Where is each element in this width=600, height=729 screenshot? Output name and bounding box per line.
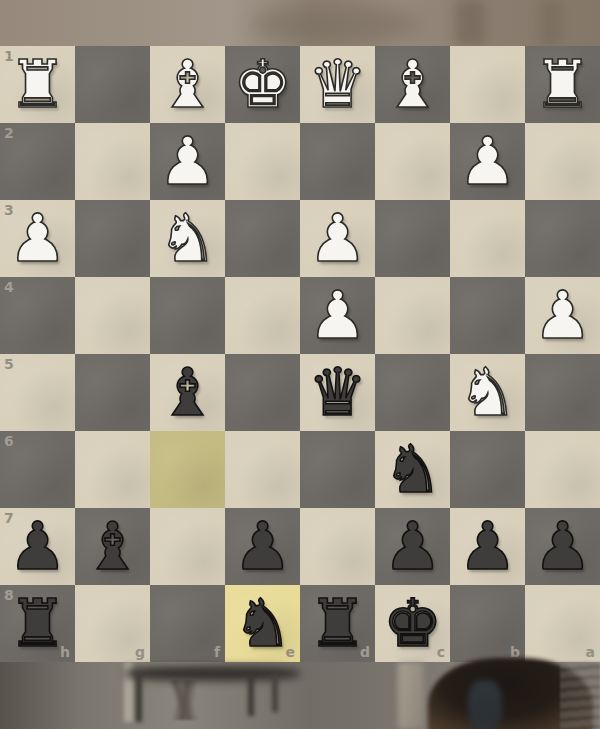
square-a1[interactable]: ♜: [525, 46, 600, 123]
square-c7[interactable]: ♟: [375, 508, 450, 585]
square-c1[interactable]: ♝: [375, 46, 450, 123]
square-c5[interactable]: [375, 354, 450, 431]
blurred-object-reflection: [468, 680, 502, 729]
file-label-f: f: [214, 644, 220, 660]
piece-black-knight-c6[interactable]: ♞: [375, 431, 450, 508]
square-f1[interactable]: ♝: [150, 46, 225, 123]
piece-black-pawn-a7[interactable]: ♟: [525, 508, 600, 585]
blurred-table-leg: [248, 674, 254, 716]
piece-black-pawn-e7[interactable]: ♟: [225, 508, 300, 585]
square-a7[interactable]: ♟: [525, 508, 600, 585]
square-d4[interactable]: ♟: [300, 277, 375, 354]
piece-white-bishop-c1[interactable]: ♝: [375, 46, 450, 123]
square-f7[interactable]: [150, 508, 225, 585]
square-g6[interactable]: [75, 431, 150, 508]
square-e4[interactable]: [225, 277, 300, 354]
square-b7[interactable]: ♟: [450, 508, 525, 585]
square-c4[interactable]: [375, 277, 450, 354]
piece-white-rook-a1[interactable]: ♜: [525, 46, 600, 123]
square-d3[interactable]: ♟: [300, 200, 375, 277]
square-h1[interactable]: 1♜: [0, 46, 75, 123]
piece-white-bishop-f1[interactable]: ♝: [150, 46, 225, 123]
chess-app-screen: 1♜♝♚♛♝♜2♟♟3♟♞♟4♟♟5♝♛♞6♞7♟♝♟♟♟♟8h♜gfe♞d♜c…: [0, 0, 600, 729]
piece-black-pawn-c7[interactable]: ♟: [375, 508, 450, 585]
piece-white-pawn-f2[interactable]: ♟: [150, 123, 225, 200]
blurred-floor-texture: [560, 662, 600, 729]
square-c2[interactable]: [375, 123, 450, 200]
piece-white-knight-b5[interactable]: ♞: [450, 354, 525, 431]
square-h5[interactable]: 5: [0, 354, 75, 431]
piece-white-pawn-d4[interactable]: ♟: [300, 277, 375, 354]
square-b4[interactable]: [450, 277, 525, 354]
square-f2[interactable]: ♟: [150, 123, 225, 200]
piece-black-knight-e8[interactable]: ♞: [225, 585, 300, 662]
square-b8[interactable]: b: [450, 585, 525, 662]
square-g7[interactable]: ♝: [75, 508, 150, 585]
piece-black-rook-h8[interactable]: ♜: [0, 585, 75, 662]
square-c3[interactable]: [375, 200, 450, 277]
file-label-a: a: [586, 644, 595, 660]
rank-label-2: 2: [4, 125, 14, 141]
square-g3[interactable]: [75, 200, 150, 277]
background-top-blur: [0, 0, 600, 46]
square-f3[interactable]: ♞: [150, 200, 225, 277]
square-e6[interactable]: [225, 431, 300, 508]
background-smudge: [540, 0, 562, 46]
piece-black-king-c8[interactable]: ♚: [375, 585, 450, 662]
piece-black-rook-d8[interactable]: ♜: [300, 585, 375, 662]
rank-label-6: 6: [4, 433, 14, 449]
piece-black-queen-d5[interactable]: ♛: [300, 354, 375, 431]
square-e1[interactable]: ♚: [225, 46, 300, 123]
piece-white-pawn-h3[interactable]: ♟: [0, 200, 75, 277]
square-b1[interactable]: [450, 46, 525, 123]
square-b6[interactable]: [450, 431, 525, 508]
square-d2[interactable]: [300, 123, 375, 200]
square-h4[interactable]: 4: [0, 277, 75, 354]
file-label-g: g: [135, 644, 145, 660]
marble-crack-lines: [20, 680, 350, 720]
background-bottom-blur: [0, 662, 600, 729]
blurred-table-leg: [136, 674, 142, 722]
square-h7[interactable]: 7♟: [0, 508, 75, 585]
square-d1[interactable]: ♛: [300, 46, 375, 123]
square-e3[interactable]: [225, 200, 300, 277]
square-e8[interactable]: e♞: [225, 585, 300, 662]
square-f5[interactable]: ♝: [150, 354, 225, 431]
piece-black-pawn-b7[interactable]: ♟: [450, 508, 525, 585]
piece-black-bishop-f5[interactable]: ♝: [150, 354, 225, 431]
square-b3[interactable]: [450, 200, 525, 277]
square-d6[interactable]: [300, 431, 375, 508]
blurred-light-streak: [398, 662, 424, 729]
blurred-table-leg: [272, 674, 278, 712]
piece-black-pawn-h7[interactable]: ♟: [0, 508, 75, 585]
square-g1[interactable]: [75, 46, 150, 123]
square-e2[interactable]: [225, 123, 300, 200]
square-g8[interactable]: g: [75, 585, 150, 662]
piece-black-bishop-g7[interactable]: ♝: [75, 508, 150, 585]
square-h3[interactable]: 3♟: [0, 200, 75, 277]
rank-label-4: 4: [4, 279, 14, 295]
square-g5[interactable]: [75, 354, 150, 431]
piece-white-pawn-a4[interactable]: ♟: [525, 277, 600, 354]
square-d5[interactable]: ♛: [300, 354, 375, 431]
square-f4[interactable]: [150, 277, 225, 354]
square-a6[interactable]: [525, 431, 600, 508]
square-c6[interactable]: ♞: [375, 431, 450, 508]
square-a2[interactable]: [525, 123, 600, 200]
background-smudge: [455, 0, 485, 46]
square-f6[interactable]: [150, 431, 225, 508]
square-b2[interactable]: ♟: [450, 123, 525, 200]
piece-white-knight-f3[interactable]: ♞: [150, 200, 225, 277]
piece-white-pawn-b2[interactable]: ♟: [450, 123, 525, 200]
square-b5[interactable]: ♞: [450, 354, 525, 431]
square-d7[interactable]: [300, 508, 375, 585]
chess-board: 1♜♝♚♛♝♜2♟♟3♟♞♟4♟♟5♝♛♞6♞7♟♝♟♟♟♟8h♜gfe♞d♜c…: [0, 46, 600, 662]
square-e7[interactable]: ♟: [225, 508, 300, 585]
square-e5[interactable]: [225, 354, 300, 431]
background-smudge: [250, 5, 420, 45]
square-a3[interactable]: [525, 200, 600, 277]
square-a5[interactable]: [525, 354, 600, 431]
piece-white-pawn-d3[interactable]: ♟: [300, 200, 375, 277]
square-c8[interactable]: c♚: [375, 585, 450, 662]
square-f8[interactable]: f: [150, 585, 225, 662]
piece-white-queen-d1[interactable]: ♛: [300, 46, 375, 123]
piece-white-rook-h1[interactable]: ♜: [0, 46, 75, 123]
piece-white-king-e1[interactable]: ♚: [225, 46, 300, 123]
square-g2[interactable]: [75, 123, 150, 200]
square-a4[interactable]: ♟: [525, 277, 600, 354]
square-h6[interactable]: 6: [0, 431, 75, 508]
rank-label-5: 5: [4, 356, 14, 372]
square-d8[interactable]: d♜: [300, 585, 375, 662]
square-g4[interactable]: [75, 277, 150, 354]
square-a8[interactable]: a: [525, 585, 600, 662]
square-h8[interactable]: 8h♜: [0, 585, 75, 662]
square-h2[interactable]: 2: [0, 123, 75, 200]
